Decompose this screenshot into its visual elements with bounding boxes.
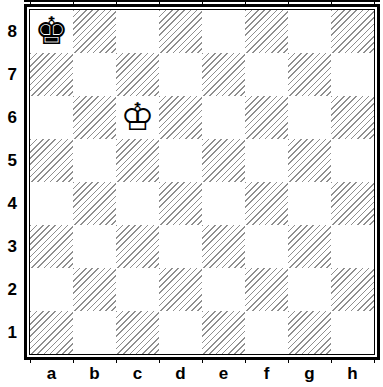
rank-label-4: 4 (0, 182, 22, 225)
square-a7 (30, 53, 73, 96)
square-e5 (202, 139, 245, 182)
square-a8: ♚ (30, 10, 73, 53)
square-d5 (159, 139, 202, 182)
square-c1 (116, 311, 159, 354)
square-h8 (331, 10, 374, 53)
square-e6 (202, 96, 245, 139)
board-frame: ♚♔ (24, 4, 380, 360)
square-b1 (73, 311, 116, 354)
square-d1 (159, 311, 202, 354)
square-b8 (73, 10, 116, 53)
file-label-h: h (331, 362, 374, 386)
square-a3 (30, 225, 73, 268)
square-e3 (202, 225, 245, 268)
square-c6: ♔ (116, 96, 159, 139)
square-f5 (245, 139, 288, 182)
square-h3 (331, 225, 374, 268)
square-b6 (73, 96, 116, 139)
square-c7 (116, 53, 159, 96)
square-d8 (159, 10, 202, 53)
square-h1 (331, 311, 374, 354)
square-g1 (288, 311, 331, 354)
square-e8 (202, 10, 245, 53)
file-label-f: f (245, 362, 288, 386)
square-g4 (288, 182, 331, 225)
file-label-a: a (30, 362, 73, 386)
square-g7 (288, 53, 331, 96)
rank-label-1: 1 (0, 311, 22, 354)
square-h4 (331, 182, 374, 225)
file-label-d: d (159, 362, 202, 386)
square-b4 (73, 182, 116, 225)
square-h2 (331, 268, 374, 311)
square-f1 (245, 311, 288, 354)
square-d3 (159, 225, 202, 268)
square-h7 (331, 53, 374, 96)
square-g6 (288, 96, 331, 139)
file-label-g: g (288, 362, 331, 386)
file-labels: abcdefgh (30, 362, 374, 386)
square-g3 (288, 225, 331, 268)
square-g5 (288, 139, 331, 182)
square-c8 (116, 10, 159, 53)
rank-labels: 87654321 (0, 10, 22, 354)
square-a6 (30, 96, 73, 139)
chess-diagram: 87654321 ♚♔ abcdefgh (0, 0, 383, 387)
rank-label-7: 7 (0, 53, 22, 96)
rank-label-6: 6 (0, 96, 22, 139)
square-b2 (73, 268, 116, 311)
square-e4 (202, 182, 245, 225)
square-d7 (159, 53, 202, 96)
square-f3 (245, 225, 288, 268)
board-inner-border: ♚♔ (29, 9, 375, 355)
square-f8 (245, 10, 288, 53)
rank-label-8: 8 (0, 10, 22, 53)
file-label-b: b (73, 362, 116, 386)
square-b5 (73, 139, 116, 182)
square-a1 (30, 311, 73, 354)
file-label-e: e (202, 362, 245, 386)
rank-label-2: 2 (0, 268, 22, 311)
square-h5 (331, 139, 374, 182)
square-b3 (73, 225, 116, 268)
square-a4 (30, 182, 73, 225)
square-f6 (245, 96, 288, 139)
rank-label-3: 3 (0, 225, 22, 268)
square-c2 (116, 268, 159, 311)
square-f2 (245, 268, 288, 311)
square-d2 (159, 268, 202, 311)
square-c3 (116, 225, 159, 268)
square-g2 (288, 268, 331, 311)
square-a5 (30, 139, 73, 182)
chess-board: ♚♔ (30, 10, 374, 354)
square-e2 (202, 268, 245, 311)
white-king: ♔ (120, 98, 154, 136)
file-label-c: c (116, 362, 159, 386)
square-f4 (245, 182, 288, 225)
square-d6 (159, 96, 202, 139)
square-b7 (73, 53, 116, 96)
square-h6 (331, 96, 374, 139)
square-e1 (202, 311, 245, 354)
square-c5 (116, 139, 159, 182)
square-c4 (116, 182, 159, 225)
black-king: ♚ (34, 12, 68, 50)
square-a2 (30, 268, 73, 311)
square-d4 (159, 182, 202, 225)
rank-label-5: 5 (0, 139, 22, 182)
square-f7 (245, 53, 288, 96)
square-g8 (288, 10, 331, 53)
square-e7 (202, 53, 245, 96)
